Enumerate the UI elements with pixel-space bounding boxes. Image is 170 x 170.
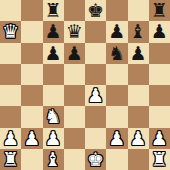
square-h7[interactable]: ♟ (149, 21, 170, 42)
square-c4[interactable] (43, 85, 64, 106)
piece-black-pawn[interactable]: ♟ (108, 21, 125, 42)
square-a8[interactable] (0, 0, 21, 21)
piece-black-pawn[interactable]: ♟ (45, 21, 62, 42)
piece-black-knight[interactable]: ♞ (108, 43, 125, 64)
square-g4[interactable] (128, 85, 149, 106)
square-d3[interactable] (64, 106, 85, 127)
square-f8[interactable] (106, 0, 127, 21)
piece-white-pawn[interactable]: ♟ (151, 128, 168, 149)
square-b7[interactable] (21, 21, 42, 42)
square-f5[interactable] (106, 64, 127, 85)
piece-black-queen[interactable]: ♛ (66, 21, 83, 42)
piece-black-rook[interactable]: ♜ (45, 0, 62, 21)
square-d5[interactable] (64, 64, 85, 85)
piece-white-queen[interactable]: ♛ (2, 21, 19, 42)
square-c2[interactable]: ♟ (43, 128, 64, 149)
piece-white-pawn[interactable]: ♟ (45, 128, 62, 149)
square-g1[interactable] (128, 149, 149, 170)
piece-black-bishop[interactable]: ♝ (130, 21, 147, 42)
square-h1[interactable]: ♜ (149, 149, 170, 170)
square-b6[interactable] (21, 43, 42, 64)
square-c5[interactable] (43, 64, 64, 85)
piece-white-pawn[interactable]: ♟ (130, 128, 147, 149)
square-a7[interactable]: ♛ (0, 21, 21, 42)
square-e3[interactable] (85, 106, 106, 127)
square-d8[interactable] (64, 0, 85, 21)
square-b4[interactable] (21, 85, 42, 106)
square-a3[interactable] (0, 106, 21, 127)
square-e8[interactable]: ♚ (85, 0, 106, 21)
piece-black-pawn[interactable]: ♟ (66, 43, 83, 64)
square-g3[interactable] (128, 106, 149, 127)
square-f3[interactable] (106, 106, 127, 127)
square-d4[interactable] (64, 85, 85, 106)
square-h3[interactable] (149, 106, 170, 127)
square-b5[interactable] (21, 64, 42, 85)
square-a6[interactable] (0, 43, 21, 64)
square-f6[interactable]: ♞ (106, 43, 127, 64)
square-c6[interactable]: ♟ (43, 43, 64, 64)
square-g8[interactable] (128, 0, 149, 21)
piece-white-pawn[interactable]: ♟ (87, 85, 104, 106)
square-a4[interactable] (0, 85, 21, 106)
piece-black-rook[interactable]: ♜ (151, 0, 168, 21)
piece-white-rook[interactable]: ♜ (151, 149, 168, 170)
piece-black-pawn[interactable]: ♟ (130, 43, 147, 64)
square-e1[interactable]: ♚ (85, 149, 106, 170)
square-d1[interactable] (64, 149, 85, 170)
square-c8[interactable]: ♜ (43, 0, 64, 21)
square-d2[interactable] (64, 128, 85, 149)
square-b8[interactable] (21, 0, 42, 21)
piece-white-pawn[interactable]: ♟ (108, 128, 125, 149)
piece-white-knight[interactable]: ♞ (45, 106, 62, 127)
square-a2[interactable]: ♟ (0, 128, 21, 149)
square-e6[interactable] (85, 43, 106, 64)
square-g5[interactable] (128, 64, 149, 85)
square-h8[interactable]: ♜ (149, 0, 170, 21)
square-e7[interactable] (85, 21, 106, 42)
square-c1[interactable]: ♝ (43, 149, 64, 170)
square-h5[interactable] (149, 64, 170, 85)
square-f4[interactable] (106, 85, 127, 106)
piece-white-king[interactable]: ♚ (87, 149, 104, 170)
square-h2[interactable]: ♟ (149, 128, 170, 149)
square-h6[interactable] (149, 43, 170, 64)
square-a5[interactable] (0, 64, 21, 85)
square-c7[interactable]: ♟ (43, 21, 64, 42)
square-b2[interactable]: ♟ (21, 128, 42, 149)
square-h4[interactable] (149, 85, 170, 106)
square-b3[interactable] (21, 106, 42, 127)
square-f2[interactable]: ♟ (106, 128, 127, 149)
piece-white-rook[interactable]: ♜ (2, 149, 19, 170)
square-c3[interactable]: ♞ (43, 106, 64, 127)
square-a1[interactable]: ♜ (0, 149, 21, 170)
square-g6[interactable]: ♟ (128, 43, 149, 64)
piece-white-bishop[interactable]: ♝ (45, 149, 62, 170)
square-f7[interactable]: ♟ (106, 21, 127, 42)
square-e2[interactable] (85, 128, 106, 149)
piece-black-king[interactable]: ♚ (87, 0, 104, 21)
square-e4[interactable]: ♟ (85, 85, 106, 106)
piece-white-pawn[interactable]: ♟ (2, 128, 19, 149)
chess-board: ♜♚♜♛♟♛♟♝♟♟♟♞♟♟♞♟♟♟♟♟♟♜♝♚♜ (0, 0, 170, 170)
square-d7[interactable]: ♛ (64, 21, 85, 42)
square-b1[interactable] (21, 149, 42, 170)
piece-white-pawn[interactable]: ♟ (23, 128, 40, 149)
square-e5[interactable] (85, 64, 106, 85)
piece-black-pawn[interactable]: ♟ (151, 21, 168, 42)
square-g2[interactable]: ♟ (128, 128, 149, 149)
square-d6[interactable]: ♟ (64, 43, 85, 64)
square-g7[interactable]: ♝ (128, 21, 149, 42)
piece-black-pawn[interactable]: ♟ (45, 43, 62, 64)
square-f1[interactable] (106, 149, 127, 170)
